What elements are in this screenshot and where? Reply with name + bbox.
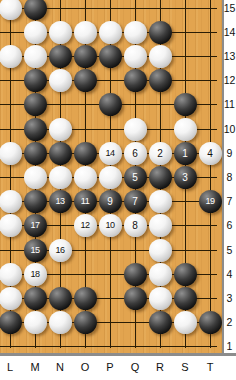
white-stone[interactable] bbox=[0, 0, 22, 20]
white-stone[interactable] bbox=[0, 190, 22, 213]
black-stone-move-17[interactable]: 17 bbox=[24, 214, 47, 237]
black-stone[interactable] bbox=[24, 0, 47, 20]
row-coordinate-5: 5 bbox=[223, 244, 236, 257]
black-stone[interactable] bbox=[174, 287, 197, 310]
black-stone-move-13[interactable]: 13 bbox=[49, 190, 72, 213]
black-stone[interactable] bbox=[74, 142, 97, 165]
white-stone[interactable] bbox=[0, 287, 22, 310]
black-stone-move-9[interactable]: 9 bbox=[99, 190, 122, 213]
black-stone-move-5[interactable]: 5 bbox=[124, 166, 147, 189]
white-stone[interactable] bbox=[74, 166, 97, 189]
move-number-label: 17 bbox=[30, 220, 39, 230]
black-stone[interactable] bbox=[24, 69, 47, 92]
black-stone[interactable] bbox=[24, 118, 47, 141]
row-coordinate-14: 14 bbox=[223, 26, 236, 39]
column-coordinate-Q: Q bbox=[127, 360, 143, 375]
move-number-label: 11 bbox=[81, 196, 90, 206]
black-stone[interactable] bbox=[24, 190, 47, 213]
black-stone[interactable] bbox=[149, 21, 172, 44]
row-coordinate-2: 2 bbox=[223, 316, 236, 329]
move-number-label: 14 bbox=[105, 148, 114, 158]
white-stone-move-6[interactable]: 6 bbox=[124, 142, 147, 165]
move-number-label: 8 bbox=[132, 220, 138, 231]
row-coordinate-7: 7 bbox=[223, 195, 236, 208]
column-coordinate-M: M bbox=[27, 360, 43, 375]
row-coordinate-9: 9 bbox=[223, 147, 236, 160]
column-coordinate-R: R bbox=[152, 360, 168, 375]
white-stone[interactable] bbox=[74, 21, 97, 44]
row-coordinate-11: 11 bbox=[223, 98, 236, 111]
move-number-label: 18 bbox=[30, 269, 39, 279]
row-coordinate-1: 1 bbox=[223, 340, 236, 353]
white-stone[interactable] bbox=[149, 190, 172, 213]
white-stone[interactable] bbox=[149, 214, 172, 237]
column-coordinate-P: P bbox=[102, 360, 118, 375]
move-number-label: 7 bbox=[132, 196, 138, 207]
column-coordinate-T: T bbox=[202, 360, 218, 375]
row-coordinate-12: 12 bbox=[223, 74, 236, 87]
white-stone[interactable] bbox=[49, 118, 72, 141]
row-coordinate-13: 13 bbox=[223, 50, 236, 63]
row-coordinate-3: 3 bbox=[223, 292, 236, 305]
white-stone[interactable] bbox=[149, 45, 172, 68]
white-stone[interactable] bbox=[0, 45, 22, 68]
grid-line-vertical bbox=[210, 0, 211, 348]
black-stone[interactable] bbox=[149, 166, 172, 189]
black-stone[interactable] bbox=[99, 45, 122, 68]
black-stone[interactable] bbox=[74, 69, 97, 92]
white-stone-move-16[interactable]: 16 bbox=[49, 239, 72, 262]
white-stone-move-14[interactable]: 14 bbox=[99, 142, 122, 165]
black-stone[interactable] bbox=[174, 93, 197, 116]
black-stone[interactable] bbox=[74, 45, 97, 68]
move-number-label: 9 bbox=[107, 196, 113, 207]
black-stone[interactable] bbox=[24, 142, 47, 165]
white-stone[interactable] bbox=[49, 69, 72, 92]
white-stone[interactable] bbox=[49, 311, 72, 334]
black-stone[interactable] bbox=[174, 263, 197, 286]
column-coordinate-N: N bbox=[52, 360, 68, 375]
move-number-label: 4 bbox=[207, 148, 213, 159]
black-stone[interactable] bbox=[99, 93, 122, 116]
move-number-label: 2 bbox=[157, 148, 163, 159]
column-coordinate-O: O bbox=[77, 360, 93, 375]
white-stone-move-4[interactable]: 4 bbox=[199, 142, 222, 165]
black-stone[interactable] bbox=[49, 45, 72, 68]
move-number-label: 13 bbox=[55, 196, 64, 206]
white-stone[interactable] bbox=[149, 239, 172, 262]
row-coordinate-10: 10 bbox=[223, 123, 236, 136]
move-number-label: 16 bbox=[55, 245, 64, 255]
white-stone[interactable] bbox=[124, 118, 147, 141]
move-number-label: 15 bbox=[30, 245, 39, 255]
black-stone[interactable] bbox=[149, 69, 172, 92]
black-stone[interactable] bbox=[199, 311, 222, 334]
white-stone[interactable] bbox=[24, 311, 47, 334]
white-stone-move-8[interactable]: 8 bbox=[124, 214, 147, 237]
black-stone-move-15[interactable]: 15 bbox=[24, 239, 47, 262]
white-stone[interactable] bbox=[24, 166, 47, 189]
black-stone-move-7[interactable]: 7 bbox=[124, 190, 147, 213]
go-board[interactable]: 14621453131197191712108151618 bbox=[0, 0, 222, 353]
white-stone[interactable] bbox=[124, 21, 147, 44]
black-stone[interactable] bbox=[24, 93, 47, 116]
row-coordinate-4: 4 bbox=[223, 268, 236, 281]
row-coordinate-8: 8 bbox=[223, 171, 236, 184]
white-stone[interactable] bbox=[0, 142, 22, 165]
black-stone[interactable] bbox=[74, 287, 97, 310]
move-number-label: 5 bbox=[132, 172, 138, 183]
white-stone[interactable] bbox=[174, 311, 197, 334]
black-stone[interactable] bbox=[124, 69, 147, 92]
white-stone[interactable] bbox=[49, 21, 72, 44]
white-stone[interactable] bbox=[24, 21, 47, 44]
move-number-label: 1 bbox=[182, 148, 188, 159]
white-stone[interactable] bbox=[99, 21, 122, 44]
black-stone-move-19[interactable]: 19 bbox=[199, 190, 222, 213]
white-stone-move-2[interactable]: 2 bbox=[149, 142, 172, 165]
black-stone-move-11[interactable]: 11 bbox=[74, 190, 97, 213]
white-stone[interactable] bbox=[0, 263, 22, 286]
move-number-label: 3 bbox=[182, 172, 188, 183]
row-coordinate-15: 15 bbox=[223, 2, 236, 15]
go-app-window: 14621453131197191712108151618 1514131211… bbox=[0, 0, 236, 380]
white-stone[interactable] bbox=[24, 45, 47, 68]
black-stone[interactable] bbox=[149, 311, 172, 334]
black-stone[interactable] bbox=[0, 311, 22, 334]
black-stone[interactable] bbox=[74, 311, 97, 334]
white-stone[interactable] bbox=[0, 214, 22, 237]
black-stone-move-1[interactable]: 1 bbox=[174, 142, 197, 165]
black-stone[interactable] bbox=[49, 142, 72, 165]
white-stone-move-10[interactable]: 10 bbox=[99, 214, 122, 237]
column-coordinate-L: L bbox=[2, 360, 18, 375]
white-stone[interactable] bbox=[49, 166, 72, 189]
black-stone[interactable] bbox=[124, 263, 147, 286]
white-stone[interactable] bbox=[99, 166, 122, 189]
white-stone-move-12[interactable]: 12 bbox=[74, 214, 97, 237]
white-stone[interactable] bbox=[174, 118, 197, 141]
white-stone[interactable] bbox=[124, 45, 147, 68]
white-stone[interactable] bbox=[149, 287, 172, 310]
move-number-label: 12 bbox=[80, 220, 89, 230]
move-number-label: 10 bbox=[105, 220, 114, 230]
move-number-label: 6 bbox=[132, 148, 138, 159]
black-stone[interactable] bbox=[24, 287, 47, 310]
white-stone[interactable] bbox=[149, 263, 172, 286]
black-stone-move-3[interactable]: 3 bbox=[174, 166, 197, 189]
move-number-label: 19 bbox=[205, 196, 214, 206]
white-stone-move-18[interactable]: 18 bbox=[24, 263, 47, 286]
column-coordinate-S: S bbox=[177, 360, 193, 375]
black-stone[interactable] bbox=[49, 287, 72, 310]
bottom-separator-line bbox=[0, 353, 236, 356]
row-coordinate-6: 6 bbox=[223, 219, 236, 232]
black-stone[interactable] bbox=[124, 287, 147, 310]
